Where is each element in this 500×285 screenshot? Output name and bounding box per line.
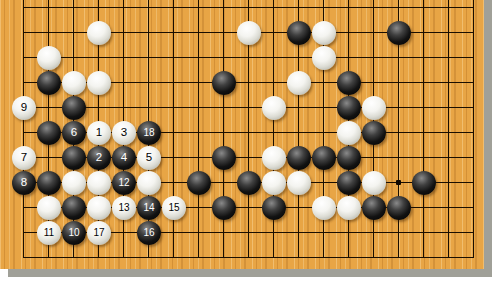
stone-black[interactable] [37, 71, 61, 95]
move-number-label: 15 [168, 203, 179, 213]
stone-white[interactable] [237, 21, 261, 45]
stone-black[interactable] [287, 146, 311, 170]
stone-white[interactable] [312, 21, 336, 45]
stone-white-move-3[interactable]: 3 [112, 121, 136, 145]
stone-black[interactable] [262, 196, 286, 220]
move-number-label: 11 [44, 228, 54, 238]
stone-white[interactable] [37, 196, 61, 220]
stone-black[interactable] [337, 71, 361, 95]
stone-black-move-2[interactable]: 2 [87, 146, 111, 170]
stone-white[interactable] [337, 121, 361, 145]
stone-white[interactable] [287, 71, 311, 95]
move-number-label: 9 [21, 102, 27, 114]
move-number-label: 7 [21, 152, 27, 164]
stone-white[interactable] [62, 171, 86, 195]
star-point [396, 180, 401, 185]
stone-white-move-11[interactable]: 11 [37, 221, 61, 245]
stone-white-move-15[interactable]: 15 [162, 196, 186, 220]
stone-black[interactable] [212, 71, 236, 95]
stone-white-move-13[interactable]: 13 [112, 196, 136, 220]
stone-white[interactable] [87, 71, 111, 95]
stone-white[interactable] [287, 171, 311, 195]
move-number-label: 5 [146, 152, 152, 164]
move-number-label: 14 [143, 203, 154, 213]
stone-black[interactable] [337, 171, 361, 195]
stone-black[interactable] [287, 21, 311, 45]
grid-line-horizontal [23, 57, 474, 58]
stone-white-move-17[interactable]: 17 [87, 221, 111, 245]
move-number-label: 16 [143, 228, 154, 238]
stone-black[interactable] [62, 96, 86, 120]
stone-white[interactable] [62, 71, 86, 95]
move-number-label: 10 [68, 228, 79, 238]
stone-black[interactable] [337, 146, 361, 170]
stone-white[interactable] [137, 171, 161, 195]
move-number-label: 1 [96, 127, 102, 139]
move-number-label: 8 [21, 177, 27, 189]
stone-white[interactable] [37, 46, 61, 70]
grid-line-vertical [473, 0, 474, 258]
grid-line-vertical [23, 0, 24, 258]
stone-white[interactable] [262, 96, 286, 120]
stone-white[interactable] [312, 196, 336, 220]
stone-white[interactable] [87, 171, 111, 195]
move-number-label: 18 [143, 128, 154, 138]
stone-black[interactable] [337, 96, 361, 120]
grid-line-horizontal [23, 107, 474, 108]
move-number-label: 12 [118, 178, 129, 188]
stone-black[interactable] [37, 121, 61, 145]
grid-line-horizontal [23, 7, 474, 8]
stone-white[interactable] [262, 171, 286, 195]
move-number-label: 2 [96, 152, 102, 164]
grid-line-vertical [198, 0, 199, 258]
stone-black[interactable] [187, 171, 211, 195]
stone-white[interactable] [362, 171, 386, 195]
stone-black[interactable] [62, 146, 86, 170]
stone-black-move-8[interactable]: 8 [12, 171, 36, 195]
stone-white[interactable] [262, 146, 286, 170]
stone-black[interactable] [362, 121, 386, 145]
stone-black-move-16[interactable]: 16 [137, 221, 161, 245]
move-number-label: 3 [121, 127, 127, 139]
move-number-label: 4 [121, 152, 127, 164]
stone-black[interactable] [387, 21, 411, 45]
stone-black-move-6[interactable]: 6 [62, 121, 86, 145]
stone-black-move-10[interactable]: 10 [62, 221, 86, 245]
stone-white[interactable] [337, 196, 361, 220]
grid-line-horizontal [23, 257, 474, 258]
stone-black-move-14[interactable]: 14 [137, 196, 161, 220]
stone-white[interactable] [87, 196, 111, 220]
stone-white-move-7[interactable]: 7 [12, 146, 36, 170]
stone-black[interactable] [362, 196, 386, 220]
stone-black-move-18[interactable]: 18 [137, 121, 161, 145]
grid-line-vertical [448, 0, 449, 258]
stone-white-move-9[interactable]: 9 [12, 96, 36, 120]
stone-black[interactable] [212, 146, 236, 170]
stone-black[interactable] [62, 196, 86, 220]
stone-white-move-1[interactable]: 1 [87, 121, 111, 145]
stone-black[interactable] [412, 171, 436, 195]
stone-white[interactable] [362, 96, 386, 120]
go-board[interactable]: 961318724581213141511101716 [0, 0, 484, 269]
stone-black[interactable] [37, 171, 61, 195]
grid-line-vertical [423, 0, 424, 258]
stone-black[interactable] [387, 196, 411, 220]
stone-white-move-5[interactable]: 5 [137, 146, 161, 170]
stone-black[interactable] [312, 146, 336, 170]
stone-black-move-12[interactable]: 12 [112, 171, 136, 195]
stone-black-move-4[interactable]: 4 [112, 146, 136, 170]
move-number-label: 17 [93, 228, 104, 238]
stone-white[interactable] [87, 21, 111, 45]
move-number-label: 13 [118, 203, 129, 213]
stone-black[interactable] [212, 196, 236, 220]
stone-white[interactable] [312, 46, 336, 70]
page-background: { "game": "go", "board": { "full_size": … [0, 0, 500, 285]
move-number-label: 6 [71, 127, 77, 139]
stone-black[interactable] [237, 171, 261, 195]
